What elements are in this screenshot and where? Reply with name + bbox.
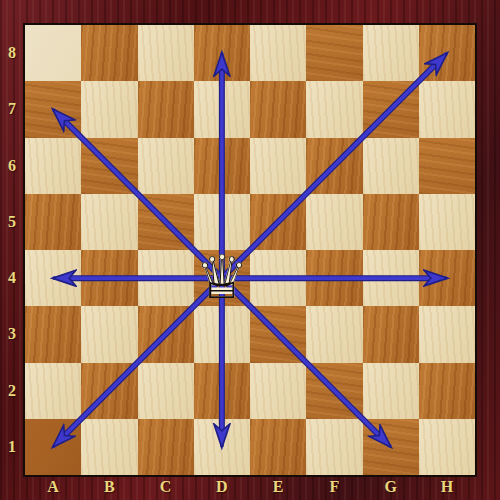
square-e1 [250,419,306,475]
square-h5 [419,194,475,250]
chess-diagram: ♛ ♕ 87654321ABCDEFGH [0,0,500,500]
square-g5 [363,194,419,250]
file-label-d: D [216,478,228,496]
square-c5 [138,194,194,250]
square-f6 [306,138,362,194]
rank-label-2: 2 [8,382,16,400]
square-c6 [138,138,194,194]
file-label-a: A [47,478,59,496]
square-f8 [306,25,362,81]
square-h4 [419,250,475,306]
square-a2 [25,363,81,419]
square-d2 [194,363,250,419]
square-b3 [81,306,137,362]
square-d1 [194,419,250,475]
square-d7 [194,81,250,137]
square-h6 [419,138,475,194]
square-b7 [81,81,137,137]
square-d5 [194,194,250,250]
square-f5 [306,194,362,250]
square-e4 [250,250,306,306]
file-label-g: G [384,478,396,496]
square-e6 [250,138,306,194]
square-g1 [363,419,419,475]
square-e8 [250,25,306,81]
rank-label-7: 7 [8,100,16,118]
file-label-e: E [273,478,284,496]
square-h3 [419,306,475,362]
square-a3 [25,306,81,362]
square-g4 [363,250,419,306]
file-label-f: F [329,478,339,496]
square-f4 [306,250,362,306]
square-b2 [81,363,137,419]
square-b1 [81,419,137,475]
square-a1 [25,419,81,475]
rank-label-1: 1 [8,438,16,456]
square-g2 [363,363,419,419]
square-d4 [194,250,250,306]
square-c1 [138,419,194,475]
square-a4 [25,250,81,306]
square-c8 [138,25,194,81]
square-g3 [363,306,419,362]
rank-label-6: 6 [8,157,16,175]
square-e3 [250,306,306,362]
rank-label-4: 4 [8,269,16,287]
square-c2 [138,363,194,419]
square-h7 [419,81,475,137]
square-e5 [250,194,306,250]
file-label-c: C [160,478,172,496]
square-b5 [81,194,137,250]
square-a7 [25,81,81,137]
square-b4 [81,250,137,306]
square-a8 [25,25,81,81]
square-d6 [194,138,250,194]
square-g6 [363,138,419,194]
square-f1 [306,419,362,475]
rank-label-3: 3 [8,325,16,343]
file-label-b: B [104,478,115,496]
rank-label-8: 8 [8,44,16,62]
square-e7 [250,81,306,137]
square-f3 [306,306,362,362]
square-a5 [25,194,81,250]
square-b8 [81,25,137,81]
square-h8 [419,25,475,81]
chess-board [23,23,477,477]
square-h1 [419,419,475,475]
square-c4 [138,250,194,306]
square-f2 [306,363,362,419]
square-c7 [138,81,194,137]
rank-label-5: 5 [8,213,16,231]
square-d3 [194,306,250,362]
square-b6 [81,138,137,194]
square-f7 [306,81,362,137]
square-h2 [419,363,475,419]
square-a6 [25,138,81,194]
square-c3 [138,306,194,362]
square-e2 [250,363,306,419]
square-d8 [194,25,250,81]
square-g8 [363,25,419,81]
square-g7 [363,81,419,137]
file-label-h: H [441,478,453,496]
